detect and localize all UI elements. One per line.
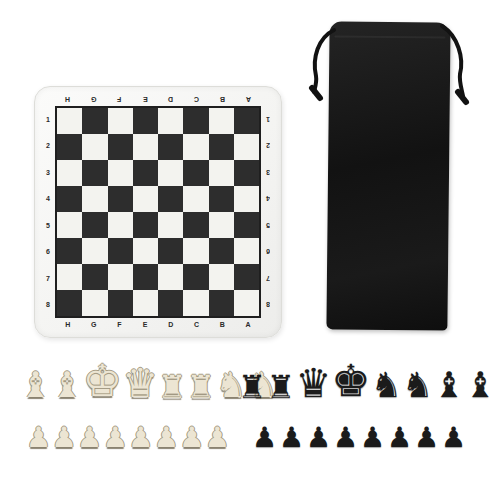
chess-set-product-photo: HGFEDCBA 12345678 12345678 HGFEDCBA ♝♝♚♛… (0, 0, 500, 500)
square-e7 (133, 264, 158, 290)
square-e5 (133, 212, 158, 238)
coord-label-8: 8 (46, 301, 50, 308)
square-g3 (82, 160, 107, 186)
square-e2 (133, 134, 158, 160)
coord-label-7: 7 (46, 275, 50, 282)
square-c4 (183, 186, 208, 212)
coord-label-2: 2 (266, 142, 270, 149)
bag-seam (334, 35, 445, 38)
coord-label-3: 3 (46, 169, 50, 176)
square-d2 (158, 134, 183, 160)
black-queen-3: ♛ (295, 364, 331, 402)
ranks-right: 12345678 (261, 106, 275, 318)
coord-label-6: 6 (266, 248, 270, 255)
square-g6 (82, 238, 107, 264)
square-c8 (183, 290, 208, 316)
square-b4 (209, 186, 234, 212)
white-queen-4: ♛ (122, 364, 158, 402)
black-pawn-6: ♟ (387, 425, 412, 452)
square-f6 (108, 238, 133, 264)
square-a7 (234, 264, 259, 290)
white-pawn-row: ♟♟♟♟♟♟♟♟ (26, 418, 230, 452)
white-pawn-4: ♟ (103, 425, 128, 452)
coord-label-4: 4 (46, 195, 50, 202)
square-f7 (108, 264, 133, 290)
square-f4 (108, 186, 133, 212)
square-d5 (158, 212, 183, 238)
square-h8 (57, 290, 82, 316)
white-back-row: ♝♝♚♛♜♜♞♞ (20, 352, 248, 402)
square-a5 (234, 212, 259, 238)
coord-label-b: B (220, 96, 225, 103)
coord-label-6: 6 (46, 248, 50, 255)
files-bottom: HGFEDCBA (55, 318, 261, 331)
square-d1 (158, 108, 183, 134)
coord-label-a: A (246, 96, 251, 103)
square-b5 (209, 212, 234, 238)
square-e3 (133, 160, 158, 186)
square-g1 (82, 108, 107, 134)
black-pawn-row: ♟♟♟♟♟♟♟♟ (252, 418, 466, 452)
square-e4 (133, 186, 158, 212)
square-h6 (57, 238, 82, 264)
square-b8 (209, 290, 234, 316)
coord-label-h: H (65, 321, 70, 328)
square-c6 (183, 238, 208, 264)
coord-label-h: H (65, 96, 70, 103)
coord-label-e: E (143, 321, 148, 328)
board-grid (55, 106, 261, 318)
white-pawn-2: ♟ (52, 425, 77, 452)
square-a2 (234, 134, 259, 160)
black-rook-2: ♜ (267, 372, 296, 402)
square-d4 (158, 186, 183, 212)
files-top: HGFEDCBA (55, 93, 261, 106)
white-bishop-1: ♝ (20, 369, 51, 402)
black-pawn-3: ♟ (306, 425, 331, 452)
square-c3 (183, 160, 208, 186)
square-b2 (209, 134, 234, 160)
drawstring-right-tassel-icon (458, 92, 466, 102)
coord-label-5: 5 (266, 222, 270, 229)
black-knight-5: ♞ (371, 369, 402, 402)
square-b3 (209, 160, 234, 186)
square-b7 (209, 264, 234, 290)
coord-label-8: 8 (266, 301, 270, 308)
square-d6 (158, 238, 183, 264)
square-c7 (183, 264, 208, 290)
coord-label-f: F (117, 321, 121, 328)
square-a6 (234, 238, 259, 264)
black-rook-1: ♜ (238, 372, 267, 402)
white-pawn-3: ♟ (77, 425, 102, 452)
white-pawn-8: ♟ (205, 425, 230, 452)
drawstring-bag (326, 21, 450, 330)
square-c1 (183, 108, 208, 134)
coord-label-d: D (168, 96, 173, 103)
black-pawn-1: ♟ (252, 425, 277, 452)
coord-label-g: G (91, 321, 96, 328)
square-h4 (57, 186, 82, 212)
white-pawn-7: ♟ (179, 425, 204, 452)
coord-label-7: 7 (266, 275, 270, 282)
square-b6 (209, 238, 234, 264)
white-bishop-2: ♝ (51, 369, 82, 402)
black-pawn-8: ♟ (441, 425, 466, 452)
square-h1 (57, 108, 82, 134)
square-h5 (57, 212, 82, 238)
coord-label-1: 1 (46, 116, 50, 123)
black-pawn-2: ♟ (279, 425, 304, 452)
white-pawn-1: ♟ (26, 425, 51, 452)
coord-label-c: C (194, 96, 199, 103)
coord-label-e: E (143, 96, 148, 103)
square-g7 (82, 264, 107, 290)
black-knight-6: ♞ (402, 369, 433, 402)
square-c2 (183, 134, 208, 160)
white-pawn-5: ♟ (128, 425, 153, 452)
square-f5 (108, 212, 133, 238)
rollup-chess-board: HGFEDCBA 12345678 12345678 HGFEDCBA (34, 86, 282, 338)
coord-label-b: B (220, 321, 225, 328)
coord-label-d: D (168, 321, 173, 328)
square-a8 (234, 290, 259, 316)
coord-label-a: A (246, 321, 251, 328)
black-bishop-7: ♝ (433, 369, 464, 402)
square-e1 (133, 108, 158, 134)
square-d3 (158, 160, 183, 186)
coord-label-1: 1 (266, 116, 270, 123)
square-g8 (82, 290, 107, 316)
square-c5 (183, 212, 208, 238)
square-g5 (82, 212, 107, 238)
square-h7 (57, 264, 82, 290)
square-f8 (108, 290, 133, 316)
white-rook-6: ♜ (187, 372, 216, 402)
square-b1 (209, 108, 234, 134)
square-a4 (234, 186, 259, 212)
black-king-4: ♚ (331, 360, 370, 402)
coord-label-f: F (117, 96, 121, 103)
black-bishop-8: ♝ (465, 369, 496, 402)
black-pawn-7: ♟ (414, 425, 439, 452)
square-f2 (108, 134, 133, 160)
square-e8 (133, 290, 158, 316)
drawstring-left-tassel-icon (312, 88, 320, 98)
ranks-left: 12345678 (41, 106, 55, 318)
square-a3 (234, 160, 259, 186)
coord-label-5: 5 (46, 222, 50, 229)
square-d7 (158, 264, 183, 290)
black-pawn-4: ♟ (333, 425, 358, 452)
square-f1 (108, 108, 133, 134)
white-king-3: ♚ (83, 360, 122, 402)
square-g4 (82, 186, 107, 212)
square-h3 (57, 160, 82, 186)
white-pawn-6: ♟ (154, 425, 179, 452)
black-pawn-5: ♟ (360, 425, 385, 452)
square-h2 (57, 134, 82, 160)
square-g2 (82, 134, 107, 160)
square-a1 (234, 108, 259, 134)
white-rook-5: ♜ (158, 372, 187, 402)
coord-label-4: 4 (266, 195, 270, 202)
coord-label-c: C (194, 321, 199, 328)
square-e6 (133, 238, 158, 264)
black-back-row: ♜♜♛♚♞♞♝♝ (238, 350, 470, 402)
coord-label-g: G (91, 96, 96, 103)
square-d8 (158, 290, 183, 316)
square-f3 (108, 160, 133, 186)
coord-label-2: 2 (46, 142, 50, 149)
coord-label-3: 3 (266, 169, 270, 176)
